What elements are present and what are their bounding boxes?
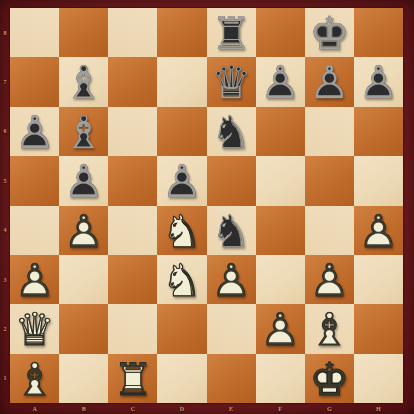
chess-board[interactable]: ♜♖♚♔♝♗♛♕♟♙♟♙♟♙♟♙♝♗♞♘♟♙♟♙♟♙♞♘♞♘♟♙♟♙♞♘♟♙♟♙…: [10, 8, 403, 403]
white-pawn-detail-icon: ♙: [305, 255, 354, 304]
square-c1[interactable]: ♜♖: [108, 354, 157, 403]
square-d8[interactable]: [157, 8, 206, 57]
white-pawn-detail-icon: ♙: [256, 304, 305, 353]
piece-black-pawn-g7[interactable]: ♟♙: [305, 57, 354, 106]
file-label-c: C: [108, 403, 157, 414]
square-f3[interactable]: [256, 255, 305, 304]
square-e5[interactable]: [207, 156, 256, 205]
square-h5[interactable]: [354, 156, 403, 205]
piece-black-rook-e8[interactable]: ♜♖: [207, 8, 256, 57]
square-b7[interactable]: ♝♗: [59, 57, 108, 106]
square-f8[interactable]: [256, 8, 305, 57]
file-label-d: D: [157, 403, 206, 414]
square-h4[interactable]: ♟♙: [354, 206, 403, 255]
square-e2[interactable]: [207, 304, 256, 353]
square-e3[interactable]: ♟♙: [207, 255, 256, 304]
square-f7[interactable]: ♟♙: [256, 57, 305, 106]
piece-black-bishop-b7[interactable]: ♝♗: [59, 57, 108, 106]
piece-white-knight-d3[interactable]: ♞♘: [157, 255, 206, 304]
chess-app-window: 87654321 ♜♖♚♔♝♗♛♕♟♙♟♙♟♙♟♙♝♗♞♘♟♙♟♙♟♙♞♘♞♘♟…: [0, 0, 414, 414]
square-c4[interactable]: [108, 206, 157, 255]
black-bishop-detail-icon: ♗: [59, 107, 108, 156]
rank-label-2: 2: [0, 304, 10, 353]
square-d2[interactable]: [157, 304, 206, 353]
white-pawn-detail-icon: ♙: [354, 206, 403, 255]
white-rook-detail-icon: ♖: [108, 354, 157, 403]
square-e6[interactable]: ♞♘: [207, 107, 256, 156]
square-f2[interactable]: ♟♙: [256, 304, 305, 353]
square-g7[interactable]: ♟♙: [305, 57, 354, 106]
white-pawn-detail-icon: ♙: [207, 255, 256, 304]
square-d6[interactable]: [157, 107, 206, 156]
square-h8[interactable]: [354, 8, 403, 57]
square-a7[interactable]: [10, 57, 59, 106]
piece-black-pawn-h7[interactable]: ♟♙: [354, 57, 403, 106]
piece-black-pawn-d5[interactable]: ♟♙: [157, 156, 206, 205]
square-g5[interactable]: [305, 156, 354, 205]
file-label-f: F: [256, 403, 305, 414]
black-pawn-detail-icon: ♙: [59, 156, 108, 205]
file-label-e: E: [207, 403, 256, 414]
white-king-detail-icon: ♔: [305, 354, 354, 403]
square-g3[interactable]: ♟♙: [305, 255, 354, 304]
black-king-detail-icon: ♔: [305, 8, 354, 57]
piece-black-pawn-b5[interactable]: ♟♙: [59, 156, 108, 205]
piece-white-pawn-e3[interactable]: ♟♙: [207, 255, 256, 304]
black-pawn-detail-icon: ♙: [305, 57, 354, 106]
square-b5[interactable]: ♟♙: [59, 156, 108, 205]
square-c2[interactable]: [108, 304, 157, 353]
piece-black-pawn-a6[interactable]: ♟♙: [10, 107, 59, 156]
piece-white-pawn-g3[interactable]: ♟♙: [305, 255, 354, 304]
square-b1[interactable]: [59, 354, 108, 403]
file-label-g: G: [305, 403, 354, 414]
piece-black-knight-e4[interactable]: ♞♘: [207, 206, 256, 255]
square-a6[interactable]: ♟♙: [10, 107, 59, 156]
white-pawn-detail-icon: ♙: [10, 255, 59, 304]
square-c3[interactable]: [108, 255, 157, 304]
white-bishop-detail-icon: ♗: [305, 304, 354, 353]
square-a2[interactable]: ♛♕: [10, 304, 59, 353]
rank-label-8: 8: [0, 8, 10, 57]
square-b2[interactable]: [59, 304, 108, 353]
square-f1[interactable]: [256, 354, 305, 403]
rank-label-5: 5: [0, 156, 10, 205]
square-e7[interactable]: ♛♕: [207, 57, 256, 106]
square-b6[interactable]: ♝♗: [59, 107, 108, 156]
square-d1[interactable]: [157, 354, 206, 403]
piece-white-rook-c1[interactable]: ♜♖: [108, 354, 157, 403]
black-pawn-detail-icon: ♙: [256, 57, 305, 106]
piece-white-pawn-h4[interactable]: ♟♙: [354, 206, 403, 255]
white-knight-detail-icon: ♘: [157, 255, 206, 304]
square-h1[interactable]: [354, 354, 403, 403]
square-a4[interactable]: [10, 206, 59, 255]
piece-black-knight-e6[interactable]: ♞♘: [207, 107, 256, 156]
black-bishop-detail-icon: ♗: [59, 57, 108, 106]
rank-labels: 87654321: [0, 8, 10, 403]
square-c8[interactable]: [108, 8, 157, 57]
square-c6[interactable]: [108, 107, 157, 156]
square-h3[interactable]: [354, 255, 403, 304]
white-pawn-detail-icon: ♙: [59, 206, 108, 255]
file-labels: ABCDEFGH: [10, 403, 403, 414]
piece-white-bishop-g2[interactable]: ♝♗: [305, 304, 354, 353]
black-pawn-detail-icon: ♙: [354, 57, 403, 106]
square-c5[interactable]: [108, 156, 157, 205]
rank-label-7: 7: [0, 57, 10, 106]
piece-black-pawn-f7[interactable]: ♟♙: [256, 57, 305, 106]
file-label-b: B: [59, 403, 108, 414]
piece-black-queen-e7[interactable]: ♛♕: [207, 57, 256, 106]
square-g6[interactable]: [305, 107, 354, 156]
square-h6[interactable]: [354, 107, 403, 156]
square-a1[interactable]: ♝♗: [10, 354, 59, 403]
black-knight-detail-icon: ♘: [207, 206, 256, 255]
square-g1[interactable]: ♚♔: [305, 354, 354, 403]
square-f4[interactable]: [256, 206, 305, 255]
rank-label-3: 3: [0, 255, 10, 304]
square-e8[interactable]: ♜♖: [207, 8, 256, 57]
piece-white-king-g1[interactable]: ♚♔: [305, 354, 354, 403]
piece-white-pawn-a3[interactable]: ♟♙: [10, 255, 59, 304]
rank-label-4: 4: [0, 206, 10, 255]
square-f6[interactable]: [256, 107, 305, 156]
piece-white-pawn-b4[interactable]: ♟♙: [59, 206, 108, 255]
square-d3[interactable]: ♞♘: [157, 255, 206, 304]
piece-white-knight-d4[interactable]: ♞♘: [157, 206, 206, 255]
square-f5[interactable]: [256, 156, 305, 205]
square-g4[interactable]: [305, 206, 354, 255]
square-b4[interactable]: ♟♙: [59, 206, 108, 255]
square-g8[interactable]: ♚♔: [305, 8, 354, 57]
square-d7[interactable]: [157, 57, 206, 106]
black-rook-detail-icon: ♖: [207, 8, 256, 57]
square-a8[interactable]: [10, 8, 59, 57]
piece-white-bishop-a1[interactable]: ♝♗: [10, 354, 59, 403]
black-queen-detail-icon: ♕: [207, 57, 256, 106]
square-e1[interactable]: [207, 354, 256, 403]
white-queen-detail-icon: ♕: [10, 304, 59, 353]
square-d4[interactable]: ♞♘: [157, 206, 206, 255]
square-g2[interactable]: ♝♗: [305, 304, 354, 353]
square-h7[interactable]: ♟♙: [354, 57, 403, 106]
white-knight-detail-icon: ♘: [157, 206, 206, 255]
square-c7[interactable]: [108, 57, 157, 106]
square-e4[interactable]: ♞♘: [207, 206, 256, 255]
square-h2[interactable]: [354, 304, 403, 353]
black-pawn-detail-icon: ♙: [157, 156, 206, 205]
rank-label-6: 6: [0, 107, 10, 156]
piece-white-pawn-f2[interactable]: ♟♙: [256, 304, 305, 353]
black-knight-detail-icon: ♘: [207, 107, 256, 156]
white-bishop-detail-icon: ♗: [10, 354, 59, 403]
file-label-a: A: [10, 403, 59, 414]
black-pawn-detail-icon: ♙: [10, 107, 59, 156]
piece-black-king-g8[interactable]: ♚♔: [305, 8, 354, 57]
square-a5[interactable]: [10, 156, 59, 205]
square-b8[interactable]: [59, 8, 108, 57]
piece-black-bishop-b6[interactable]: ♝♗: [59, 107, 108, 156]
file-label-h: H: [354, 403, 403, 414]
rank-label-1: 1: [0, 354, 10, 403]
square-a3[interactable]: ♟♙: [10, 255, 59, 304]
square-d5[interactable]: ♟♙: [157, 156, 206, 205]
piece-white-queen-a2[interactable]: ♛♕: [10, 304, 59, 353]
square-b3[interactable]: [59, 255, 108, 304]
